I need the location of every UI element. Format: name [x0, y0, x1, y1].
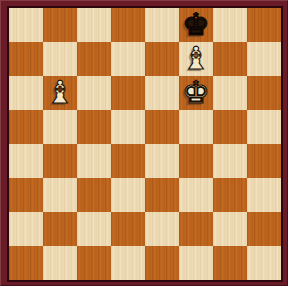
square-b7[interactable]	[43, 42, 77, 76]
square-e5[interactable]	[145, 110, 179, 144]
square-f2[interactable]	[179, 212, 213, 246]
square-h1[interactable]	[247, 246, 281, 280]
chess-board-screenshot: ♚♝♝♚	[0, 0, 288, 286]
square-d7[interactable]	[111, 42, 145, 76]
square-g2[interactable]	[213, 212, 247, 246]
square-e4[interactable]	[145, 144, 179, 178]
square-b3[interactable]	[43, 178, 77, 212]
square-d6[interactable]	[111, 76, 145, 110]
square-c7[interactable]	[77, 42, 111, 76]
square-c1[interactable]	[77, 246, 111, 280]
square-f1[interactable]	[179, 246, 213, 280]
square-g7[interactable]	[213, 42, 247, 76]
square-f4[interactable]	[179, 144, 213, 178]
board-frame: ♚♝♝♚	[7, 6, 283, 282]
square-e7[interactable]	[145, 42, 179, 76]
square-f5[interactable]	[179, 110, 213, 144]
square-a1[interactable]	[9, 246, 43, 280]
square-g1[interactable]	[213, 246, 247, 280]
square-h7[interactable]	[247, 42, 281, 76]
square-b1[interactable]	[43, 246, 77, 280]
square-h5[interactable]	[247, 110, 281, 144]
white-bishop-piece[interactable]: ♝	[46, 75, 74, 109]
square-f6[interactable]: ♚	[179, 76, 213, 110]
square-g3[interactable]	[213, 178, 247, 212]
square-c8[interactable]	[77, 8, 111, 42]
square-d8[interactable]	[111, 8, 145, 42]
square-h2[interactable]	[247, 212, 281, 246]
square-e8[interactable]	[145, 8, 179, 42]
white-bishop-piece[interactable]: ♝	[182, 41, 210, 75]
square-c2[interactable]	[77, 212, 111, 246]
square-c6[interactable]	[77, 76, 111, 110]
square-f8[interactable]: ♚	[179, 8, 213, 42]
square-d3[interactable]	[111, 178, 145, 212]
square-h3[interactable]	[247, 178, 281, 212]
square-g5[interactable]	[213, 110, 247, 144]
square-c5[interactable]	[77, 110, 111, 144]
square-a5[interactable]	[9, 110, 43, 144]
square-a8[interactable]	[9, 8, 43, 42]
square-d1[interactable]	[111, 246, 145, 280]
square-a7[interactable]	[9, 42, 43, 76]
square-e6[interactable]	[145, 76, 179, 110]
square-e3[interactable]	[145, 178, 179, 212]
square-h4[interactable]	[247, 144, 281, 178]
square-g6[interactable]	[213, 76, 247, 110]
black-king-piece[interactable]: ♚	[182, 7, 210, 41]
square-h6[interactable]	[247, 76, 281, 110]
square-d2[interactable]	[111, 212, 145, 246]
square-f3[interactable]	[179, 178, 213, 212]
square-a4[interactable]	[9, 144, 43, 178]
square-f7[interactable]: ♝	[179, 42, 213, 76]
square-c3[interactable]	[77, 178, 111, 212]
square-g4[interactable]	[213, 144, 247, 178]
square-d4[interactable]	[111, 144, 145, 178]
white-king-piece[interactable]: ♚	[182, 75, 210, 109]
square-e1[interactable]	[145, 246, 179, 280]
square-b8[interactable]	[43, 8, 77, 42]
square-h8[interactable]	[247, 8, 281, 42]
square-b2[interactable]	[43, 212, 77, 246]
chess-board: ♚♝♝♚	[9, 8, 281, 280]
square-b6[interactable]: ♝	[43, 76, 77, 110]
square-a3[interactable]	[9, 178, 43, 212]
square-b4[interactable]	[43, 144, 77, 178]
square-g8[interactable]	[213, 8, 247, 42]
square-b5[interactable]	[43, 110, 77, 144]
square-a6[interactable]	[9, 76, 43, 110]
square-e2[interactable]	[145, 212, 179, 246]
square-a2[interactable]	[9, 212, 43, 246]
square-d5[interactable]	[111, 110, 145, 144]
square-c4[interactable]	[77, 144, 111, 178]
